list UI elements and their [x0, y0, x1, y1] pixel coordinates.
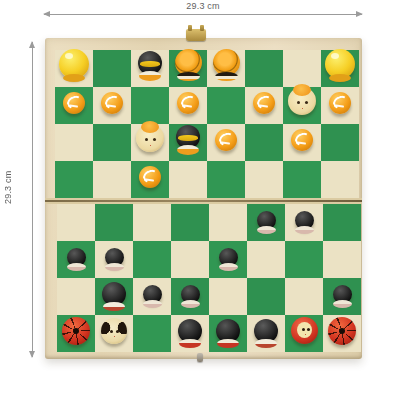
piece-b1 [101, 318, 127, 344]
piece-e8 [213, 49, 240, 76]
piece-c5 [139, 166, 161, 188]
piece-h1 [328, 317, 356, 345]
piece-d2 [181, 285, 200, 304]
piece-e1 [216, 319, 240, 343]
product-photo-scene: 29.3 cm 29.3 cm [0, 0, 400, 400]
width-dimension-label: 29.3 cm [44, 1, 362, 11]
pieces-layer [45, 38, 362, 359]
piece-h8 [325, 49, 355, 79]
piece-f1 [254, 319, 278, 343]
piece-e3 [219, 248, 238, 267]
piece-a3 [67, 248, 86, 267]
piece-b7 [101, 92, 123, 114]
height-dimension-arrow [32, 42, 33, 357]
piece-a7 [63, 92, 85, 114]
piece-b3 [105, 248, 124, 267]
piece-g1 [291, 317, 318, 344]
piece-d8 [175, 49, 202, 76]
piece-d7 [177, 92, 199, 114]
piece-f7 [253, 92, 275, 114]
piece-b2 [102, 282, 126, 306]
piece-g4 [295, 211, 314, 230]
piece-h7 [329, 92, 351, 114]
piece-h2 [333, 285, 352, 304]
piece-c2 [143, 285, 162, 304]
piece-c6 [136, 124, 164, 152]
piece-d1 [178, 319, 202, 343]
piece-g7 [288, 87, 316, 115]
piece-e6 [215, 129, 237, 151]
width-dimension-arrow [44, 14, 362, 15]
piece-g6 [291, 129, 313, 151]
piece-a1 [62, 317, 90, 345]
height-dimension-label: 29.3 cm [1, 152, 14, 222]
piece-d6 [176, 125, 200, 149]
piece-f4 [257, 211, 276, 230]
piece-c8 [138, 51, 162, 75]
board-box [45, 38, 362, 359]
piece-a8 [59, 49, 89, 79]
